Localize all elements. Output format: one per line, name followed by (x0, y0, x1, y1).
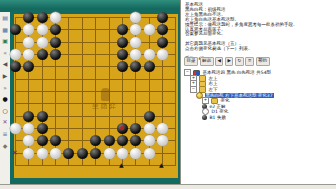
white-stone (157, 49, 168, 60)
black-stone (117, 49, 128, 60)
panel-toolbar: 目录解说◀▶↻≡帮助 (184, 57, 270, 66)
black-stone (157, 12, 168, 23)
commentary-button[interactable]: 解说 (200, 57, 214, 66)
black-stone (37, 123, 48, 134)
black-stone (37, 111, 48, 122)
black-icon (202, 115, 207, 120)
tree-item-label: D1 变化 (211, 109, 230, 114)
prev-problem-button[interactable]: ◀ (215, 57, 223, 66)
tree-icon[interactable]: ≡ (1, 130, 9, 138)
white-stone (10, 49, 21, 60)
white-stone (144, 49, 155, 60)
tree-item-label: B1 失败 (209, 115, 227, 120)
black-stone (157, 37, 168, 48)
status-bar (0, 184, 336, 189)
triangle-mark: ▲ (119, 161, 124, 168)
black-stone (90, 148, 101, 159)
problem-info-text: 基本死活 黑先白死：初级死活 左上角黑先白不活。 右上角白先活基本死活型。 情景… (185, 3, 333, 62)
white-stone (10, 123, 21, 134)
next-problem-button[interactable]: ▶ (225, 57, 233, 66)
black-stone (104, 135, 115, 146)
white-stone (50, 148, 61, 159)
white-stone (144, 123, 155, 134)
black-stone (77, 148, 88, 159)
tree-item-label: 黑先白死 右下基本死活型 变化37 (205, 93, 274, 98)
replay-button[interactable]: ↻ (235, 57, 244, 66)
white-stone (157, 123, 168, 134)
board-icon[interactable]: ▣ (1, 37, 9, 45)
black-stone (144, 61, 155, 72)
left-toolbar: ▤▦▣«◀▶»●○✕≡◆ (0, 12, 10, 186)
white-stone (37, 148, 48, 159)
mark-icon[interactable]: ✕ (1, 118, 9, 126)
open-file-icon[interactable]: ▤ (1, 14, 9, 22)
white-stone (23, 148, 34, 159)
tree-item-label: 基本死活四 黑先 白先死活 共54型 (202, 70, 273, 75)
white-stone (117, 148, 128, 159)
white-stone (130, 148, 141, 159)
help-button[interactable]: 帮助 (256, 57, 270, 66)
variation-tree: −基本死活四 黑先 白先死活 共54型+左上+右上−左下黑先白死 右下基本死活型… (184, 70, 334, 120)
black-stone-icon[interactable]: ● (1, 95, 9, 103)
first-move-icon[interactable]: « (1, 49, 9, 57)
catalog-button[interactable]: 目录 (184, 57, 198, 66)
black-stone (50, 37, 61, 48)
white-stone (104, 148, 115, 159)
right-panel: 基本死活 黑先白死：初级死活 左上角黑先白不活。 右上角白先活基本死活型。 情景… (180, 0, 336, 184)
black-stone (37, 12, 48, 23)
board-panel: 坐隐弈 ✕▲▲ (10, 12, 180, 184)
last-move-icon[interactable]: » (1, 84, 9, 92)
save-file-icon[interactable]: ▦ (1, 26, 9, 34)
black-stone (37, 49, 48, 60)
tree-item-label: 右上 (208, 81, 219, 86)
go-board[interactable]: 坐隐弈 ✕▲▲ (14, 14, 178, 178)
black-stone (37, 135, 48, 146)
white-stone (37, 24, 48, 35)
x-mark: ✕ (12, 149, 18, 157)
prev-move-icon[interactable]: ◀ (1, 60, 9, 68)
tree-item-label: 变化 (220, 98, 231, 103)
triangle-mark: ▲ (159, 161, 164, 168)
collapse-icon[interactable]: − (190, 86, 197, 93)
white-stone (144, 135, 155, 146)
tree-item[interactable]: B1 失败 (184, 115, 334, 121)
white-stone (37, 37, 48, 48)
white-stone (130, 37, 141, 48)
white-stone (23, 37, 34, 48)
black-stone (23, 111, 34, 122)
settings-icon[interactable]: ◆ (1, 142, 9, 150)
list-button[interactable]: ≡ (245, 57, 254, 66)
next-move-icon[interactable]: ▶ (1, 72, 9, 80)
white-stone (144, 24, 155, 35)
tree-item-label: 左下 (208, 87, 219, 92)
black-stone (144, 111, 155, 122)
black-stone (117, 37, 128, 48)
white-stone-icon[interactable]: ○ (1, 107, 9, 115)
white-stone (144, 148, 155, 159)
